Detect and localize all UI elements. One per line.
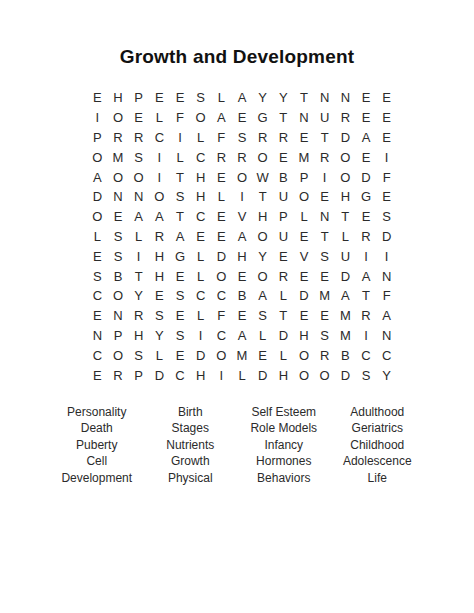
grid-cell-r5c12[interactable]: I (314, 167, 335, 187)
grid-cell-r2c12[interactable]: U (314, 108, 335, 128)
grid-cell-r1c6[interactable]: S (190, 88, 211, 108)
word-list: PersonalityDeathPubertyCellDevelopmentBi… (50, 404, 424, 486)
grid-cell-r12c8[interactable]: E (232, 306, 253, 326)
grid-cell-r13c10[interactable]: D (273, 326, 294, 346)
grid-cell-r4c2[interactable]: M (108, 147, 129, 167)
grid-cell-r4c15[interactable]: I (376, 147, 397, 167)
grid-cell-r14c5[interactable]: E (170, 345, 191, 365)
grid-cell-r9c3[interactable]: I (128, 246, 149, 266)
grid-cell-r3c14[interactable]: A (356, 128, 377, 148)
grid-cell-r2c10[interactable]: T (273, 108, 294, 128)
grid-cell-r5c9[interactable]: W (252, 167, 273, 187)
grid-cell-r3c3[interactable]: R (128, 128, 149, 148)
grid-cell-r14c14[interactable]: C (356, 345, 377, 365)
word-item: Life (331, 470, 425, 486)
grid-cell-r6c7[interactable]: L (211, 187, 232, 207)
grid-cell-r13c8[interactable]: A (232, 326, 253, 346)
grid-cell-r3c2[interactable]: R (108, 128, 129, 148)
word-list-column-4: AdulthoodGeriatricsChildhoodAdolescenceL… (331, 404, 425, 486)
grid-cell-r3c5[interactable]: I (170, 128, 191, 148)
grid-cell-r12c3[interactable]: R (128, 306, 149, 326)
grid-cell-r3c4[interactable]: C (149, 128, 170, 148)
grid-cell-r12c10[interactable]: T (273, 306, 294, 326)
grid-cell-r2c15[interactable]: E (376, 108, 397, 128)
grid-cell-r1c3[interactable]: P (128, 88, 149, 108)
grid-cell-r8c1[interactable]: L (87, 227, 108, 247)
grid-cell-r15c1[interactable]: E (87, 365, 108, 385)
grid-cell-r13c11[interactable]: H (294, 326, 315, 346)
grid-cell-r12c9[interactable]: S (252, 306, 273, 326)
grid-cell-r12c13[interactable]: M (335, 306, 356, 326)
grid-cell-r4c13[interactable]: O (335, 147, 356, 167)
grid-cell-r7c3[interactable]: A (128, 207, 149, 227)
grid-cell-r9c10[interactable]: E (273, 246, 294, 266)
grid-cell-r13c2[interactable]: P (108, 326, 129, 346)
word-item: Personality (50, 404, 144, 420)
grid-cell-r8c9[interactable]: O (252, 227, 273, 247)
grid-cell-r5c6[interactable]: H (190, 167, 211, 187)
grid-cell-r13c4[interactable]: Y (149, 326, 170, 346)
grid-cell-r9c7[interactable]: D (211, 246, 232, 266)
grid-cell-r8c6[interactable]: E (190, 227, 211, 247)
grid-cell-r1c14[interactable]: E (356, 88, 377, 108)
grid-cell-r7c4[interactable]: A (149, 207, 170, 227)
grid-cell-r10c1[interactable]: S (87, 266, 108, 286)
grid-cell-r15c15[interactable]: Y (376, 365, 397, 385)
grid-cell-r6c12[interactable]: E (314, 187, 335, 207)
grid-cell-r7c6[interactable]: C (190, 207, 211, 227)
grid-cell-r6c13[interactable]: H (335, 187, 356, 207)
word-item: Physical (144, 470, 238, 486)
grid-cell-r2c4[interactable]: L (149, 108, 170, 128)
grid-cell-r14c3[interactable]: S (128, 345, 149, 365)
grid-cell-r6c5[interactable]: S (170, 187, 191, 207)
grid-cell-r5c11[interactable]: P (294, 167, 315, 187)
grid-cell-r6c11[interactable]: O (294, 187, 315, 207)
grid-cell-r8c2[interactable]: S (108, 227, 129, 247)
grid-cell-r8c11[interactable]: E (294, 227, 315, 247)
grid-cell-r4c11[interactable]: M (294, 147, 315, 167)
grid-cell-r6c1[interactable]: D (87, 187, 108, 207)
grid-cell-r5c10[interactable]: B (273, 167, 294, 187)
grid-cell-r13c6[interactable]: I (190, 326, 211, 346)
grid-cell-r15c4[interactable]: D (149, 365, 170, 385)
word-item: Hormones (237, 453, 331, 469)
grid-cell-r10c7[interactable]: O (211, 266, 232, 286)
grid-cell-r5c7[interactable]: E (211, 167, 232, 187)
grid-cell-r5c13[interactable]: O (335, 167, 356, 187)
grid-cell-r11c11[interactable]: D (294, 286, 315, 306)
word-item: Adulthood (331, 404, 425, 420)
grid-cell-r2c3[interactable]: E (128, 108, 149, 128)
grid-cell-r1c4[interactable]: E (149, 88, 170, 108)
grid-cell-r15c14[interactable]: S (356, 365, 377, 385)
grid-cell-r2c7[interactable]: A (211, 108, 232, 128)
grid-cell-r1c11[interactable]: T (294, 88, 315, 108)
grid-cell-r11c2[interactable]: O (108, 286, 129, 306)
word-item: Cell (50, 453, 144, 469)
grid-cell-r8c7[interactable]: E (211, 227, 232, 247)
grid-cell-r3c12[interactable]: T (314, 128, 335, 148)
grid-cell-r6c2[interactable]: N (108, 187, 129, 207)
grid-cell-r4c4[interactable]: I (149, 147, 170, 167)
grid-cell-r10c2[interactable]: B (108, 266, 129, 286)
grid-cell-r10c15[interactable]: N (376, 266, 397, 286)
grid-cell-r4c12[interactable]: R (314, 147, 335, 167)
grid-cell-r7c15[interactable]: S (376, 207, 397, 227)
grid-cell-r14c10[interactable]: L (273, 345, 294, 365)
grid-cell-r8c12[interactable]: T (314, 227, 335, 247)
grid-cell-r7c2[interactable]: E (108, 207, 129, 227)
grid-cell-r9c13[interactable]: U (335, 246, 356, 266)
grid-cell-r9c4[interactable]: H (149, 246, 170, 266)
grid-cell-r3c7[interactable]: F (211, 128, 232, 148)
grid-cell-r2c6[interactable]: O (190, 108, 211, 128)
grid-cell-r5c15[interactable]: F (376, 167, 397, 187)
grid-cell-r10c10[interactable]: R (273, 266, 294, 286)
word-item: Infancy (237, 437, 331, 453)
grid-cell-r11c7[interactable]: C (211, 286, 232, 306)
grid-cell-r3c6[interactable]: L (190, 128, 211, 148)
grid-cell-r15c8[interactable]: L (232, 365, 253, 385)
grid-cell-r3c11[interactable]: E (294, 128, 315, 148)
grid-cell-r1c5[interactable]: E (170, 88, 191, 108)
grid-cell-r11c9[interactable]: A (252, 286, 273, 306)
grid-cell-r1c15[interactable]: E (376, 88, 397, 108)
grid-cell-r5c3[interactable]: O (128, 167, 149, 187)
grid-cell-r3c10[interactable]: R (273, 128, 294, 148)
grid-cell-r13c3[interactable]: H (128, 326, 149, 346)
grid-cell-r6c10[interactable]: U (273, 187, 294, 207)
grid-cell-r4c14[interactable]: E (356, 147, 377, 167)
grid-cell-r9c15[interactable]: I (376, 246, 397, 266)
grid-cell-r13c12[interactable]: S (314, 326, 335, 346)
word-item: Development (50, 470, 144, 486)
grid-cell-r1c9[interactable]: Y (252, 88, 273, 108)
grid-cell-r7c13[interactable]: T (335, 207, 356, 227)
grid-cell-r9c5[interactable]: G (170, 246, 191, 266)
grid-cell-r12c14[interactable]: R (356, 306, 377, 326)
grid-cell-r9c2[interactable]: S (108, 246, 129, 266)
grid-cell-r12c7[interactable]: F (211, 306, 232, 326)
grid-cell-r13c13[interactable]: M (335, 326, 356, 346)
word-item: Growth (144, 453, 238, 469)
word-item: Death (50, 420, 144, 436)
grid-cell-r10c5[interactable]: E (170, 266, 191, 286)
grid-cell-r4c7[interactable]: R (211, 147, 232, 167)
grid-cell-r15c9[interactable]: D (252, 365, 273, 385)
grid-cell-r13c15[interactable]: N (376, 326, 397, 346)
grid-cell-r9c6[interactable]: L (190, 246, 211, 266)
grid-cell-r10c14[interactable]: A (356, 266, 377, 286)
grid-cell-r3c13[interactable]: D (335, 128, 356, 148)
grid-cell-r13c9[interactable]: L (252, 326, 273, 346)
grid-cell-r14c2[interactable]: O (108, 345, 129, 365)
grid-cell-r15c12[interactable]: O (314, 365, 335, 385)
grid-cell-r4c10[interactable]: E (273, 147, 294, 167)
grid-cell-r13c5[interactable]: S (170, 326, 191, 346)
grid-cell-r12c5[interactable]: E (170, 306, 191, 326)
grid-cell-r4c3[interactable]: S (128, 147, 149, 167)
grid-cell-r15c10[interactable]: H (273, 365, 294, 385)
grid-cell-r9c8[interactable]: H (232, 246, 253, 266)
grid-cell-r2c2[interactable]: O (108, 108, 129, 128)
grid-cell-r14c7[interactable]: O (211, 345, 232, 365)
grid-cell-r4c1[interactable]: O (87, 147, 108, 167)
grid-cell-r10c9[interactable]: O (252, 266, 273, 286)
grid-cell-r7c8[interactable]: V (232, 207, 253, 227)
grid-cell-r9c11[interactable]: V (294, 246, 315, 266)
grid-cell-r7c14[interactable]: E (356, 207, 377, 227)
grid-cell-r11c4[interactable]: E (149, 286, 170, 306)
grid-cell-r7c7[interactable]: E (211, 207, 232, 227)
grid-cell-r11c12[interactable]: M (314, 286, 335, 306)
grid-cell-r2c14[interactable]: E (356, 108, 377, 128)
grid-cell-r15c2[interactable]: R (108, 365, 129, 385)
word-item: Adolescence (331, 453, 425, 469)
grid-cell-r8c10[interactable]: U (273, 227, 294, 247)
word-item: Childhood (331, 437, 425, 453)
word-list-column-2: BirthStagesNutrientsGrowthPhysical (144, 404, 238, 486)
word-list-column-1: PersonalityDeathPubertyCellDevelopment (50, 404, 144, 486)
grid-cell-r15c7[interactable]: I (211, 365, 232, 385)
grid-cell-r14c12[interactable]: R (314, 345, 335, 365)
grid-cell-r2c1[interactable]: I (87, 108, 108, 128)
grid-cell-r3c8[interactable]: S (232, 128, 253, 148)
grid-cell-r1c13[interactable]: N (335, 88, 356, 108)
grid-cell-r7c1[interactable]: O (87, 207, 108, 227)
grid-cell-r1c1[interactable]: E (87, 88, 108, 108)
grid-cell-r15c3[interactable]: P (128, 365, 149, 385)
grid-cell-r15c13[interactable]: D (335, 365, 356, 385)
grid-cell-r2c5[interactable]: F (170, 108, 191, 128)
word-item: Birth (144, 404, 238, 420)
grid-cell-r9c1[interactable]: E (87, 246, 108, 266)
grid-cell-r7c5[interactable]: T (170, 207, 191, 227)
grid-cell-r8c3[interactable]: L (128, 227, 149, 247)
grid-cell-r14c4[interactable]: L (149, 345, 170, 365)
grid-cell-r8c15[interactable]: D (376, 227, 397, 247)
grid-cell-r10c3[interactable]: T (128, 266, 149, 286)
grid-cell-r11c14[interactable]: T (356, 286, 377, 306)
grid-cell-r8c5[interactable]: A (170, 227, 191, 247)
word-item: Self Esteem (237, 404, 331, 420)
grid-cell-r4c9[interactable]: O (252, 147, 273, 167)
grid-cell-r6c14[interactable]: G (356, 187, 377, 207)
grid-cell-r5c8[interactable]: O (232, 167, 253, 187)
grid-cell-r7c9[interactable]: H (252, 207, 273, 227)
grid-cell-r11c5[interactable]: S (170, 286, 191, 306)
grid-cell-r6c4[interactable]: O (149, 187, 170, 207)
grid-cell-r9c9[interactable]: Y (252, 246, 273, 266)
grid-cell-r9c14[interactable]: I (356, 246, 377, 266)
grid-cell-r6c9[interactable]: T (252, 187, 273, 207)
grid-cell-r10c8[interactable]: E (232, 266, 253, 286)
grid-cell-r6c8[interactable]: I (232, 187, 253, 207)
grid-cell-r13c1[interactable]: N (87, 326, 108, 346)
word-list-column-3: Self EsteemRole ModelsInfancyHormonesBeh… (237, 404, 331, 486)
grid-cell-r14c13[interactable]: B (335, 345, 356, 365)
word-item: Puberty (50, 437, 144, 453)
grid-cell-r12c4[interactable]: S (149, 306, 170, 326)
grid-cell-r9c12[interactable]: S (314, 246, 335, 266)
word-item: Geriatrics (331, 420, 425, 436)
grid-cell-r10c11[interactable]: E (294, 266, 315, 286)
grid-cell-r12c15[interactable]: A (376, 306, 397, 326)
grid-cell-r8c4[interactable]: R (149, 227, 170, 247)
grid-cell-r5c14[interactable]: D (356, 167, 377, 187)
puzzle-page: Growth and Development EHPEESLAYYTNNEEIO… (0, 0, 474, 613)
grid-cell-r14c6[interactable]: D (190, 345, 211, 365)
grid-cell-r6c6[interactable]: H (190, 187, 211, 207)
grid-cell-r14c15[interactable]: C (376, 345, 397, 365)
word-item: Role Models (237, 420, 331, 436)
word-item: Nutrients (144, 437, 238, 453)
grid-cell-r15c11[interactable]: O (294, 365, 315, 385)
grid-cell-r5c4[interactable]: I (149, 167, 170, 187)
grid-cell-r14c1[interactable]: C (87, 345, 108, 365)
grid-cell-r13c14[interactable]: I (356, 326, 377, 346)
word-search-grid: EHPEESLAYYTNNEEIOELFOAEGTNUREEPRRCILFSRR… (87, 88, 397, 385)
grid-cell-r12c2[interactable]: N (108, 306, 129, 326)
grid-cell-r2c9[interactable]: G (252, 108, 273, 128)
grid-cell-r11c10[interactable]: L (273, 286, 294, 306)
grid-cell-r11c8[interactable]: B (232, 286, 253, 306)
grid-cell-r1c2[interactable]: H (108, 88, 129, 108)
grid-cell-r10c12[interactable]: E (314, 266, 335, 286)
grid-cell-r11c1[interactable]: C (87, 286, 108, 306)
grid-cell-r7c11[interactable]: L (294, 207, 315, 227)
grid-cell-r11c6[interactable]: C (190, 286, 211, 306)
grid-cell-r8c14[interactable]: R (356, 227, 377, 247)
grid-cell-r14c9[interactable]: E (252, 345, 273, 365)
grid-cell-r12c12[interactable]: E (314, 306, 335, 326)
grid-cell-r8c13[interactable]: L (335, 227, 356, 247)
grid-cell-r5c5[interactable]: T (170, 167, 191, 187)
grid-cell-r2c11[interactable]: N (294, 108, 315, 128)
grid-cell-r2c8[interactable]: E (232, 108, 253, 128)
grid-cell-r5c2[interactable]: O (108, 167, 129, 187)
grid-cell-r1c12[interactable]: N (314, 88, 335, 108)
grid-cell-r13c7[interactable]: C (211, 326, 232, 346)
grid-cell-r15c5[interactable]: C (170, 365, 191, 385)
grid-cell-r12c1[interactable]: E (87, 306, 108, 326)
grid-cell-r5c1[interactable]: A (87, 167, 108, 187)
grid-cell-r11c15[interactable]: F (376, 286, 397, 306)
grid-cell-r12c6[interactable]: L (190, 306, 211, 326)
grid-cell-r2c13[interactable]: R (335, 108, 356, 128)
grid-cell-r8c8[interactable]: A (232, 227, 253, 247)
grid-cell-r3c1[interactable]: P (87, 128, 108, 148)
puzzle-title: Growth and Development (0, 46, 474, 68)
grid-cell-r1c7[interactable]: L (211, 88, 232, 108)
grid-cell-r7c10[interactable]: P (273, 207, 294, 227)
grid-cell-r4c8[interactable]: R (232, 147, 253, 167)
grid-cell-r3c15[interactable]: E (376, 128, 397, 148)
grid-cell-r12c11[interactable]: E (294, 306, 315, 326)
grid-cell-r4c5[interactable]: L (170, 147, 191, 167)
grid-cell-r11c13[interactable]: A (335, 286, 356, 306)
grid-cell-r11c3[interactable]: Y (128, 286, 149, 306)
grid-cell-r14c11[interactable]: O (294, 345, 315, 365)
grid-cell-r10c6[interactable]: L (190, 266, 211, 286)
word-item: Behaviors (237, 470, 331, 486)
grid-cell-r1c8[interactable]: A (232, 88, 253, 108)
grid-cell-r10c13[interactable]: D (335, 266, 356, 286)
word-item: Stages (144, 420, 238, 436)
grid-cell-r1c10[interactable]: Y (273, 88, 294, 108)
grid-cell-r6c15[interactable]: E (376, 187, 397, 207)
grid-cell-r3c9[interactable]: R (252, 128, 273, 148)
grid-cell-r10c4[interactable]: H (149, 266, 170, 286)
grid-cell-r4c6[interactable]: C (190, 147, 211, 167)
grid-cell-r6c3[interactable]: N (128, 187, 149, 207)
grid-cell-r15c6[interactable]: H (190, 365, 211, 385)
grid-cell-r7c12[interactable]: N (314, 207, 335, 227)
grid-cell-r14c8[interactable]: M (232, 345, 253, 365)
